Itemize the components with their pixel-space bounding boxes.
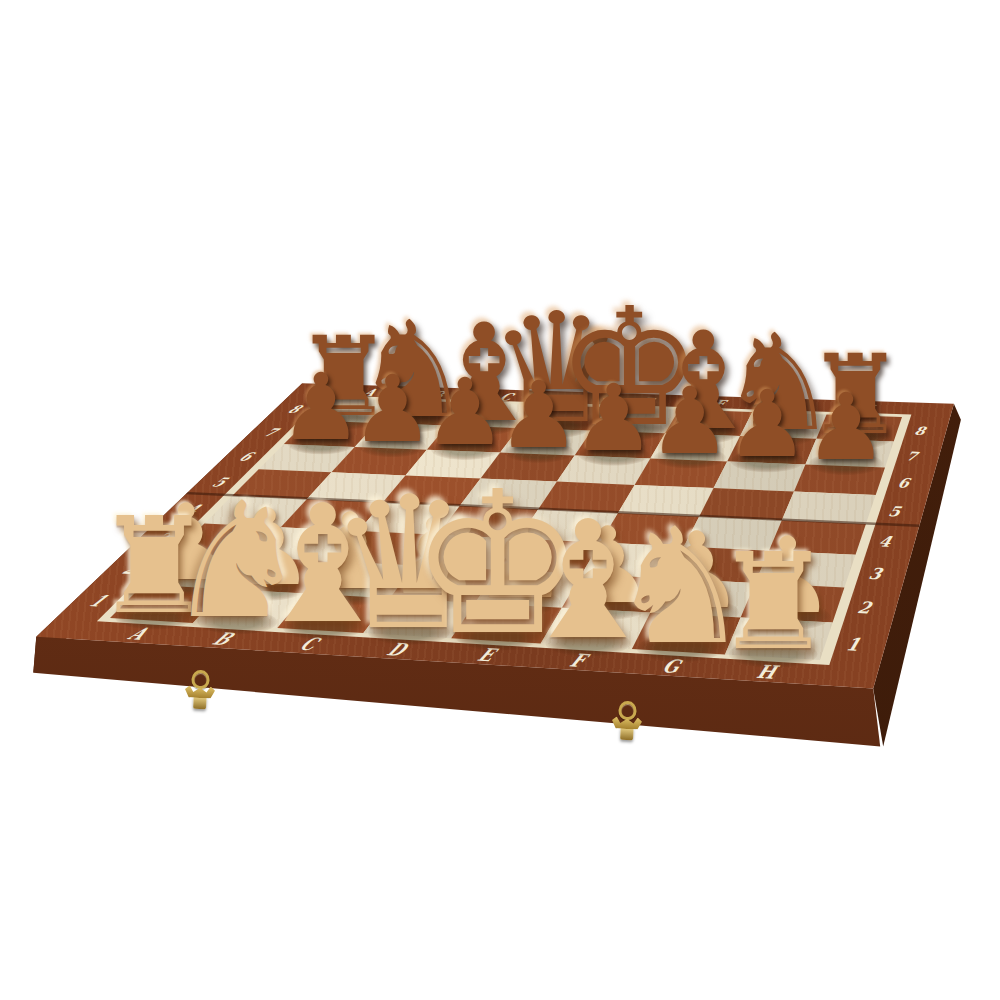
brass-latch-left bbox=[184, 669, 216, 711]
brass-latch-right-ring bbox=[618, 701, 637, 721]
chess-board: AABBCCDDEEFFGGHH1122334455667788♜♞♝♛♚♝♞♜… bbox=[0, 0, 1000, 1000]
brass-latch-left-ring bbox=[191, 669, 210, 689]
photo-backdrop: AABBCCDDEEFFGGHH1122334455667788♜♞♝♛♚♝♞♜… bbox=[0, 0, 1000, 1000]
brass-latch-right bbox=[611, 700, 643, 742]
